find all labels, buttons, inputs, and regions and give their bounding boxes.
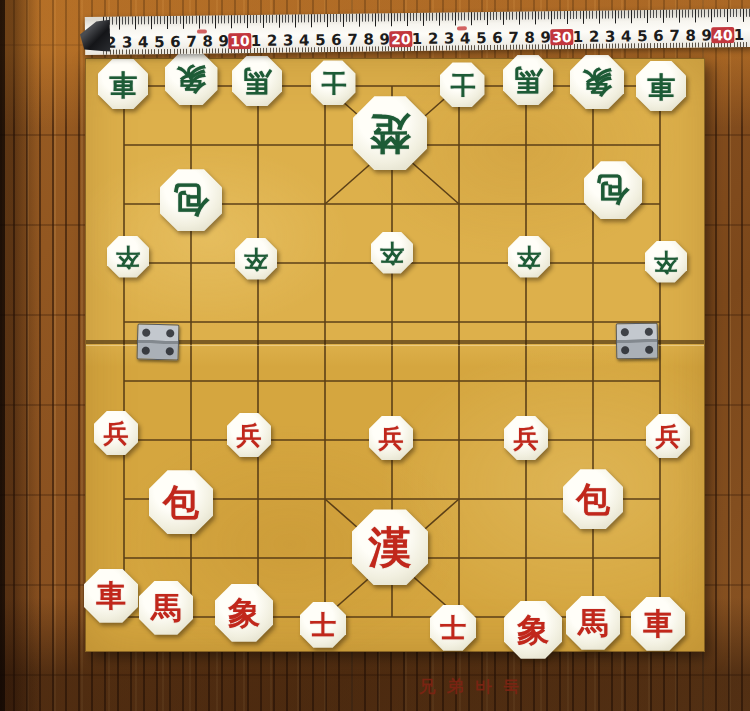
ruler-number: 7 bbox=[186, 33, 197, 51]
ruler-number: 8 bbox=[685, 27, 696, 45]
ruler-number: 5 bbox=[476, 29, 487, 47]
piece-han-士-d10[interactable]: 士 bbox=[300, 602, 346, 648]
ruler-number: 6 bbox=[653, 27, 664, 45]
ruler-number: 3 bbox=[605, 28, 616, 46]
ruler-number: 3 bbox=[122, 33, 133, 51]
ruler-number: 2 bbox=[267, 32, 278, 50]
piece-glyph: 士 bbox=[440, 615, 466, 641]
ruler-decade-number: 40 bbox=[711, 27, 735, 43]
piece-glyph: 卒 bbox=[517, 245, 541, 269]
photo-scene: 兄弟바둑 車象馬士士馬象車楚包包卒卒卒卒卒兵兵兵兵兵包包漢車馬象士士象馬車 23… bbox=[0, 0, 750, 711]
ruler-red-stud-mark bbox=[197, 30, 207, 34]
piece-han-士-f10[interactable]: 士 bbox=[430, 605, 476, 651]
ruler-decade-number: 30 bbox=[550, 29, 574, 45]
piece-han-馬-b10[interactable]: 馬 bbox=[139, 581, 193, 635]
piece-cho-車-a1[interactable]: 車 bbox=[98, 59, 148, 109]
piece-glyph: 車 bbox=[643, 609, 673, 639]
piece-han-車-i10[interactable]: 車 bbox=[631, 597, 685, 651]
ruler-number: 7 bbox=[669, 27, 680, 45]
piece-han-包-h8[interactable]: 包 bbox=[563, 469, 623, 529]
piece-cho-卒-c4[interactable]: 卒 bbox=[235, 238, 277, 280]
board-brand-text: 兄弟바둑 bbox=[419, 675, 531, 698]
piece-han-車-a10[interactable]: 車 bbox=[84, 569, 138, 623]
piece-cho-卒-a4[interactable]: 卒 bbox=[107, 236, 149, 278]
ruler-number: 4 bbox=[138, 33, 149, 51]
piece-han-兵-c7[interactable]: 兵 bbox=[227, 413, 271, 457]
ruler-decade-number: 10 bbox=[228, 33, 252, 49]
ruler-number: 1 bbox=[573, 28, 584, 46]
ruler-number: 6 bbox=[331, 31, 342, 49]
piece-cho-馬-c1[interactable]: 馬 bbox=[232, 56, 282, 106]
piece-glyph: 兵 bbox=[237, 423, 262, 448]
piece-cho-馬-g1[interactable]: 馬 bbox=[503, 55, 553, 105]
ruler-number: 4 bbox=[460, 29, 471, 47]
ruler-number: 1 bbox=[734, 26, 745, 44]
ruler-number: 6 bbox=[492, 29, 503, 47]
piece-glyph: 馬 bbox=[151, 593, 181, 623]
ruler-number: 8 bbox=[524, 29, 535, 47]
piece-han-象-g10[interactable]: 象 bbox=[504, 601, 562, 659]
piece-glyph: 象 bbox=[228, 597, 260, 629]
piece-han-兵-g7[interactable]: 兵 bbox=[504, 416, 548, 460]
piece-han-漢-e9[interactable]: 漢 bbox=[352, 509, 428, 585]
ruler-number: 3 bbox=[283, 31, 294, 49]
ruler-number: 5 bbox=[154, 33, 165, 51]
piece-glyph: 馬 bbox=[514, 66, 542, 94]
ruler-number: 4 bbox=[299, 31, 310, 49]
piece-glyph: 士 bbox=[450, 72, 475, 97]
piece-glyph: 兵 bbox=[514, 426, 539, 451]
tape-hook-tab bbox=[80, 20, 110, 52]
ruler-number: 4 bbox=[621, 27, 632, 45]
piece-cho-包-b3[interactable]: 包 bbox=[160, 169, 222, 231]
piece-cho-卒-i4[interactable]: 卒 bbox=[645, 241, 687, 283]
piece-glyph: 包 bbox=[576, 482, 610, 516]
piece-glyph: 士 bbox=[321, 70, 346, 95]
piece-han-兵-i7[interactable]: 兵 bbox=[646, 414, 690, 458]
piece-glyph: 漢 bbox=[369, 526, 412, 569]
piece-glyph: 楚 bbox=[370, 113, 411, 154]
piece-han-包-b8[interactable]: 包 bbox=[149, 470, 213, 534]
piece-cho-楚-e2[interactable]: 楚 bbox=[353, 96, 427, 170]
piece-han-兵-e7[interactable]: 兵 bbox=[369, 416, 413, 460]
piece-glyph: 馬 bbox=[578, 608, 608, 638]
piece-cho-卒-e4[interactable]: 卒 bbox=[371, 232, 413, 274]
piece-cho-車-i1[interactable]: 車 bbox=[636, 61, 686, 111]
piece-glyph: 包 bbox=[163, 484, 199, 520]
piece-glyph: 象 bbox=[176, 64, 206, 94]
piece-cho-象-h1[interactable]: 象 bbox=[570, 55, 624, 109]
ruler-number: 8 bbox=[202, 32, 213, 50]
ruler-number: 2 bbox=[589, 28, 600, 46]
piece-cho-士-d1[interactable]: 士 bbox=[311, 60, 356, 105]
ruler-decade-number: 20 bbox=[389, 31, 413, 47]
ruler-number: 3 bbox=[444, 29, 455, 47]
piece-glyph: 馬 bbox=[243, 67, 271, 95]
piece-cho-象-b1[interactable]: 象 bbox=[165, 52, 218, 105]
piece-glyph: 兵 bbox=[656, 424, 681, 449]
piece-glyph: 包 bbox=[597, 174, 629, 206]
piece-glyph: 卒 bbox=[116, 245, 140, 269]
ruler-number: 1 bbox=[412, 30, 423, 48]
piece-glyph: 兵 bbox=[104, 421, 129, 446]
piece-glyph: 卒 bbox=[244, 247, 268, 271]
ruler-number: 8 bbox=[363, 30, 374, 48]
ruler-number: 2 bbox=[428, 30, 439, 48]
piece-glyph: 士 bbox=[310, 612, 336, 638]
ruler-number: 5 bbox=[637, 27, 648, 45]
ruler-number: 1 bbox=[251, 32, 262, 50]
piece-glyph: 象 bbox=[582, 67, 612, 97]
piece-glyph: 卒 bbox=[654, 250, 678, 274]
piece-glyph: 車 bbox=[109, 70, 137, 98]
ruler-number: 7 bbox=[347, 31, 358, 49]
piece-glyph: 卒 bbox=[380, 241, 404, 265]
piece-glyph: 象 bbox=[517, 614, 549, 646]
board-intersection-grid: 車象馬士士馬象車楚包包卒卒卒卒卒兵兵兵兵兵包包漢車馬象士士象馬車 bbox=[90, 55, 693, 647]
tape-measure-ruler: 2345678910123456789201234567893012345678… bbox=[85, 9, 750, 55]
ruler-red-stud-mark bbox=[457, 26, 467, 30]
piece-han-象-c10[interactable]: 象 bbox=[215, 584, 273, 642]
piece-glyph: 車 bbox=[96, 581, 126, 611]
ruler-number: 6 bbox=[170, 33, 181, 51]
piece-cho-士-f1[interactable]: 士 bbox=[440, 62, 485, 107]
piece-cho-包-h3[interactable]: 包 bbox=[584, 161, 642, 219]
ruler-number: 5 bbox=[315, 31, 326, 49]
piece-glyph: 包 bbox=[174, 183, 209, 218]
piece-han-馬-h10[interactable]: 馬 bbox=[566, 596, 620, 650]
ruler-number: 7 bbox=[508, 29, 519, 47]
piece-glyph: 兵 bbox=[379, 426, 404, 451]
piece-cho-卒-g4[interactable]: 卒 bbox=[508, 236, 550, 278]
piece-han-兵-a7[interactable]: 兵 bbox=[94, 411, 138, 455]
piece-glyph: 車 bbox=[647, 72, 675, 100]
